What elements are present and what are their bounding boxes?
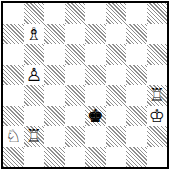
square-d6[interactable]	[65, 44, 86, 65]
square-e3[interactable]: ♚♚	[85, 106, 106, 127]
chess-board: ♝♗♟♙♜♖♚♚♚♔♞♘♜♖	[3, 3, 167, 167]
square-g8[interactable]	[126, 3, 147, 24]
square-b2[interactable]: ♜♖	[24, 126, 45, 147]
square-c7[interactable]	[44, 24, 65, 45]
square-g5[interactable]	[126, 65, 147, 86]
square-f6[interactable]	[106, 44, 127, 65]
square-b3[interactable]	[24, 106, 45, 127]
square-c1[interactable]	[44, 147, 65, 168]
square-h5[interactable]	[147, 65, 168, 86]
square-a8[interactable]	[3, 3, 24, 24]
square-g6[interactable]	[126, 44, 147, 65]
square-c8[interactable]	[44, 3, 65, 24]
square-c4[interactable]	[44, 85, 65, 106]
piece-fill-glyph: ♜	[24, 126, 45, 147]
square-h8[interactable]	[147, 3, 168, 24]
piece-fill-glyph: ♜	[147, 85, 168, 106]
square-f5[interactable]	[106, 65, 127, 86]
square-b7[interactable]: ♝♗	[24, 24, 45, 45]
piece-fill-glyph: ♝	[24, 24, 45, 45]
square-b1[interactable]	[24, 147, 45, 168]
square-b6[interactable]	[24, 44, 45, 65]
square-a5[interactable]	[3, 65, 24, 86]
square-h3[interactable]: ♚♔	[147, 106, 168, 127]
square-f4[interactable]	[106, 85, 127, 106]
square-d1[interactable]	[65, 147, 86, 168]
square-a7[interactable]	[3, 24, 24, 45]
piece-outline-glyph: ♔	[147, 106, 168, 127]
piece-outline-glyph: ♖	[24, 126, 45, 147]
piece-outline-glyph: ♗	[24, 24, 45, 45]
piece-outline-glyph: ♘	[3, 126, 24, 147]
page: ♝♗♟♙♜♖♚♚♚♔♞♘♜♖	[0, 0, 172, 172]
square-f7[interactable]	[106, 24, 127, 45]
board-frame: ♝♗♟♙♜♖♚♚♚♔♞♘♜♖	[1, 1, 169, 169]
square-a6[interactable]	[3, 44, 24, 65]
square-b8[interactable]	[24, 3, 45, 24]
square-e7[interactable]	[85, 24, 106, 45]
square-d5[interactable]	[65, 65, 86, 86]
square-c3[interactable]	[44, 106, 65, 127]
white-bishop-b7: ♝♗	[24, 24, 45, 45]
square-f2[interactable]	[106, 126, 127, 147]
piece-fill-glyph: ♚	[147, 106, 168, 127]
square-g1[interactable]	[126, 147, 147, 168]
square-e4[interactable]	[85, 85, 106, 106]
white-rook-h4: ♜♖	[147, 85, 168, 106]
square-e8[interactable]	[85, 3, 106, 24]
piece-outline-glyph: ♖	[147, 85, 168, 106]
square-d3[interactable]	[65, 106, 86, 127]
square-a4[interactable]	[3, 85, 24, 106]
square-c5[interactable]	[44, 65, 65, 86]
square-g3[interactable]	[126, 106, 147, 127]
black-king-e3: ♚♚	[85, 106, 106, 127]
white-rook-b2: ♜♖	[24, 126, 45, 147]
square-h7[interactable]	[147, 24, 168, 45]
piece-outline-glyph: ♙	[24, 65, 45, 86]
piece-fill-glyph: ♞	[3, 126, 24, 147]
square-e1[interactable]	[85, 147, 106, 168]
square-c6[interactable]	[44, 44, 65, 65]
white-knight-a2: ♞♘	[3, 126, 24, 147]
square-d7[interactable]	[65, 24, 86, 45]
piece-fill-glyph: ♚	[85, 106, 106, 127]
square-h2[interactable]	[147, 126, 168, 147]
square-h1[interactable]	[147, 147, 168, 168]
square-h4[interactable]: ♜♖	[147, 85, 168, 106]
square-c2[interactable]	[44, 126, 65, 147]
square-e2[interactable]	[85, 126, 106, 147]
square-h6[interactable]	[147, 44, 168, 65]
square-d2[interactable]	[65, 126, 86, 147]
square-g4[interactable]	[126, 85, 147, 106]
square-g7[interactable]	[126, 24, 147, 45]
white-king-h3: ♚♔	[147, 106, 168, 127]
square-d4[interactable]	[65, 85, 86, 106]
piece-fill-glyph: ♟	[24, 65, 45, 86]
square-f1[interactable]	[106, 147, 127, 168]
square-f8[interactable]	[106, 3, 127, 24]
square-e6[interactable]	[85, 44, 106, 65]
square-d8[interactable]	[65, 3, 86, 24]
square-g2[interactable]	[126, 126, 147, 147]
square-a3[interactable]	[3, 106, 24, 127]
square-a1[interactable]	[3, 147, 24, 168]
square-f3[interactable]	[106, 106, 127, 127]
square-b4[interactable]	[24, 85, 45, 106]
square-e5[interactable]	[85, 65, 106, 86]
square-b5[interactable]: ♟♙	[24, 65, 45, 86]
square-a2[interactable]: ♞♘	[3, 126, 24, 147]
piece-outline-glyph: ♚	[85, 106, 106, 127]
white-pawn-b5: ♟♙	[24, 65, 45, 86]
